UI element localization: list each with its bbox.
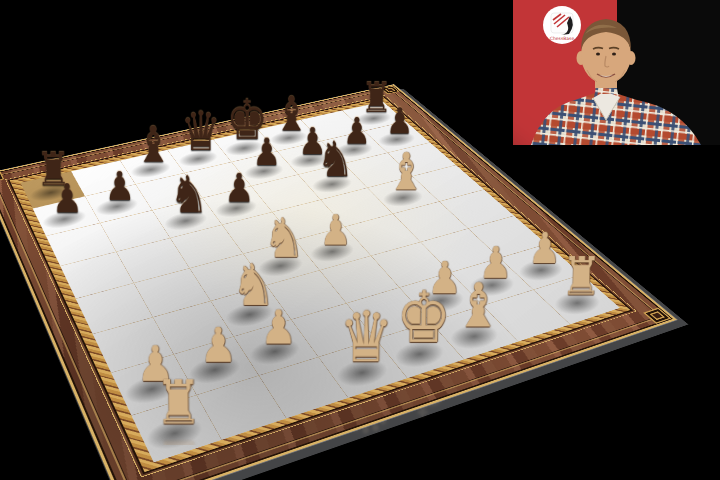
- white-queen-d1[interactable]: ♛♛: [333, 280, 400, 372]
- frame-rope-band: ♜♜♝♝♛♛♚♚♝♝♜♜♟♟♟♟♟♟♟♟♟♟♟♟♞♞♟♟♞♞♝♝♞♞♟♟♞♞♟♟…: [8, 96, 633, 474]
- white-king-e1[interactable]: ♚♚: [391, 263, 457, 353]
- playing-area: ♜♜♝♝♛♛♚♚♝♝♜♜♟♟♟♟♟♟♟♟♟♟♟♟♞♞♟♟♞♞♝♝♞♞♟♟♞♞♟♟…: [21, 101, 621, 462]
- frame-knot-icon: [643, 308, 671, 324]
- presenter-portrait: ChessBase: [513, 0, 720, 145]
- white-rook-a1[interactable]: ♜♜: [142, 335, 214, 433]
- chessbase-logo: ChessBase: [543, 6, 581, 44]
- square-b5[interactable]: [116, 238, 189, 283]
- white-rook-h1[interactable]: ♜♜: [550, 217, 613, 302]
- piece-glyph: ♛: [333, 302, 400, 372]
- black-pawn-a7[interactable]: ♟♟: [39, 142, 95, 219]
- white-pawn-c2[interactable]: ♟♟: [246, 261, 311, 351]
- piece-glyph: ♞: [161, 169, 216, 220]
- presenter-photo-inset: ChessBase: [513, 0, 720, 145]
- piece-glyph: ♚: [391, 283, 457, 354]
- logo-text: ChessBase: [550, 36, 575, 41]
- piece-glyph: ♟: [307, 209, 364, 251]
- piece-glyph: ♟: [246, 304, 311, 351]
- piece-glyph: ♟: [93, 167, 147, 206]
- piece-glyph: ♜: [143, 372, 215, 433]
- piece-glyph: ♝: [380, 146, 433, 198]
- piece-glyph: ♜: [550, 250, 612, 303]
- white-pawn-e4[interactable]: ♟♟: [307, 171, 364, 251]
- white-bishop-g5[interactable]: ♝♝: [380, 123, 434, 198]
- black-pawn-b7[interactable]: ♟♟: [92, 130, 147, 206]
- black-knight-c6[interactable]: ♞♞: [161, 143, 217, 220]
- frame-knot-icon: [0, 172, 4, 183]
- piece-glyph: ♟: [40, 179, 95, 219]
- broadcast-scene: ChessBase: [0, 0, 720, 480]
